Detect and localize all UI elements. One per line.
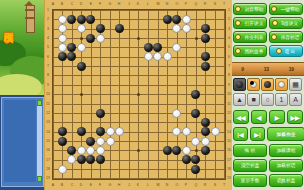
column-label: A <box>50 183 55 187</box>
button-label: 切换棋盘 <box>277 177 296 184</box>
column-label: H <box>117 2 122 6</box>
column-label: O <box>174 2 179 6</box>
square-marker-button[interactable]: ■ <box>247 93 260 106</box>
action-button-加载棋谱[interactable]: 加载棋谱 <box>269 159 303 172</box>
row-label: 7 <box>46 64 51 68</box>
row-label: 2 <box>46 18 51 22</box>
row-label: 15 <box>46 139 51 143</box>
button-icon <box>235 6 241 12</box>
black-stone[interactable] <box>201 146 210 155</box>
black-stone[interactable] <box>77 15 86 24</box>
go-to-end-button[interactable]: ▶| <box>250 127 265 141</box>
button-icon <box>276 48 282 54</box>
fast-forward-button[interactable]: ▶▶ <box>287 110 303 124</box>
white-stone[interactable] <box>58 165 67 174</box>
black-stone[interactable] <box>77 62 86 71</box>
go-app-window: 围棋 AABBCCDDEEFFGGHHJJKKLLMMNNOOPPQQRRSST… <box>0 0 304 190</box>
button-icon <box>272 20 278 26</box>
black-stone-icon <box>236 81 243 88</box>
row-label: 14 <box>46 130 51 134</box>
white-stone[interactable] <box>77 43 86 52</box>
row-label: 18 <box>46 167 51 171</box>
row-label: 16 <box>46 148 51 152</box>
chat-area <box>0 95 44 190</box>
row-label: 2 <box>227 18 232 22</box>
row-label: 3 <box>46 27 51 31</box>
menu-button-退 出[interactable]: 退 出 <box>269 45 303 57</box>
step-forward-button[interactable]: ▶ <box>269 110 285 124</box>
row-label: 16 <box>227 148 232 152</box>
menu-button-围棋故事[interactable]: 围棋故事 <box>233 45 267 57</box>
stone-tool-row: ▦ <box>233 78 302 91</box>
black-stone[interactable] <box>58 127 67 136</box>
white-stone[interactable] <box>77 146 86 155</box>
column-label: L <box>146 183 151 187</box>
black-stone[interactable] <box>201 118 210 127</box>
star-point <box>195 149 198 152</box>
nav-button-row: ◀◀◀▶▶▶ <box>233 110 303 124</box>
row-label: 15 <box>227 139 232 143</box>
column-label: D <box>79 2 84 6</box>
column-label: P <box>184 183 189 187</box>
column-label: F <box>98 2 103 6</box>
star-point <box>80 93 83 96</box>
column-label: E <box>88 183 93 187</box>
menu-buttons: 对弈帮助一键帮助打开讲义9路讲义作业列表保存棋谱围棋故事退 出 <box>233 3 303 57</box>
menu-button-打开讲义[interactable]: 打开讲义 <box>233 17 267 29</box>
column-label: P <box>184 2 189 6</box>
row-label: 1 <box>227 8 232 12</box>
load-homework-button[interactable]: 加载作业 <box>267 127 304 141</box>
row-label: 17 <box>46 158 51 162</box>
column-label: K <box>136 2 141 6</box>
step-back-button[interactable]: ◀ <box>251 110 267 124</box>
letter-marker-icon: A <box>293 96 298 103</box>
row-label: 13 <box>46 120 51 124</box>
alternate-black-white-button[interactable] <box>247 78 260 91</box>
white-stone[interactable] <box>58 34 67 43</box>
button-label: 悔 棋 <box>245 147 256 154</box>
row-label: 1 <box>46 8 51 12</box>
scene-artwork: 围棋 <box>0 0 44 95</box>
row-label: 12 <box>46 111 51 115</box>
action-button-显示手数[interactable]: 显示手数 <box>233 174 267 187</box>
button-label: 对弈帮助 <box>244 5 263 12</box>
place-black-button[interactable] <box>261 78 274 91</box>
column-label: D <box>79 183 84 187</box>
column-label: G <box>107 183 112 187</box>
action-button-悔 棋[interactable]: 悔 棋 <box>233 144 267 157</box>
column-label: O <box>174 183 179 187</box>
column-label: M <box>155 2 160 6</box>
row-label: 4 <box>227 36 232 40</box>
button-label: 退 出 <box>284 47 295 54</box>
row-label: 9 <box>46 83 51 87</box>
triangle-marker-button[interactable]: ▲ <box>233 93 246 106</box>
row-label: 19 <box>227 176 232 180</box>
white-stone[interactable] <box>201 137 210 146</box>
row-label: 11 <box>227 102 232 106</box>
column-label: Q <box>193 2 198 6</box>
column-label: R <box>203 2 208 6</box>
menu-button-保存棋谱[interactable]: 保存棋谱 <box>269 31 303 43</box>
button-label: 打开讲义 <box>244 19 263 26</box>
column-label: A <box>50 2 55 6</box>
column-label: C <box>69 2 74 6</box>
alternate-stones-icon <box>250 81 257 88</box>
button-icon <box>235 34 241 40</box>
row-label: 8 <box>46 74 51 78</box>
menu-button-9路讲义[interactable]: 9路讲义 <box>269 17 303 29</box>
circle-marker-button[interactable]: ○ <box>261 93 274 106</box>
white-stone[interactable] <box>182 146 191 155</box>
column-label: H <box>117 183 122 187</box>
star-point <box>80 37 83 40</box>
button-label: 显示手数 <box>241 177 260 184</box>
column-label: E <box>88 2 93 6</box>
black-stone[interactable] <box>191 109 200 118</box>
column-label: M <box>155 183 160 187</box>
menu-button-对弈帮助[interactable]: 对弈帮助 <box>233 3 267 15</box>
control-panel: 对弈帮助一键帮助打开讲义9路讲义作业列表保存棋谱围棋故事退 出 91319 ▦ … <box>232 0 304 190</box>
go-board[interactable]: AABBCCDDEEFFGGHHJJKKLLMMNNOOPPQQRRSSTT11… <box>44 0 232 190</box>
white-stone[interactable] <box>211 127 220 136</box>
number-marker-icon: 1 <box>280 96 284 103</box>
row-label: 7 <box>227 64 232 68</box>
button-label: 加载棋谱 <box>277 162 296 169</box>
black-stone-icon <box>264 81 271 88</box>
column-label: N <box>165 183 170 187</box>
column-label: N <box>165 2 170 6</box>
row-label: 5 <box>46 46 51 50</box>
white-stone[interactable] <box>58 43 67 52</box>
white-stone[interactable] <box>96 34 105 43</box>
column-label: K <box>136 183 141 187</box>
circle-marker-icon: ○ <box>265 96 269 103</box>
board-size-tab-bar: 91319 <box>232 62 304 76</box>
black-stone[interactable] <box>201 62 210 71</box>
row-label: 4 <box>46 36 51 40</box>
row-label: 19 <box>46 176 51 180</box>
white-stone[interactable] <box>106 127 115 136</box>
fast-rewind-button[interactable]: ◀◀ <box>233 110 249 124</box>
nav-end-row: |◀▶|加载作业 <box>233 127 304 141</box>
column-label: Q <box>193 183 198 187</box>
black-stone[interactable] <box>96 109 105 118</box>
white-stone[interactable] <box>96 137 105 146</box>
action-buttons: 悔 棋加载课程清空棋盘加载棋谱显示手数切换棋盘 <box>233 144 303 187</box>
row-label: 10 <box>227 92 232 96</box>
erase-icon: ▦ <box>292 81 299 88</box>
button-label: 围棋故事 <box>244 47 263 54</box>
button-label: 作业列表 <box>244 33 263 40</box>
row-label: 5 <box>227 46 232 50</box>
marker-tool-row: ▲■○1A <box>233 93 302 106</box>
menu-button-一键帮助[interactable]: 一键帮助 <box>269 3 303 15</box>
column-label: B <box>60 183 65 187</box>
column-label: G <box>107 2 112 6</box>
scroll-down-button[interactable] <box>37 176 42 182</box>
square-marker-icon: ■ <box>251 96 255 103</box>
column-label: T <box>222 183 227 187</box>
row-label: 6 <box>46 55 51 59</box>
black-stone[interactable] <box>144 43 153 52</box>
column-label: R <box>203 183 208 187</box>
row-label: 12 <box>227 111 232 115</box>
scroll-up-button[interactable] <box>37 100 42 106</box>
scrollbar-track[interactable] <box>37 100 42 182</box>
white-stone[interactable] <box>96 146 105 155</box>
action-button-清空棋盘[interactable]: 清空棋盘 <box>233 159 267 172</box>
column-label: L <box>146 2 151 6</box>
button-icon <box>235 48 241 54</box>
column-label: J <box>126 2 131 6</box>
row-label: 14 <box>227 130 232 134</box>
button-label: 加载课程 <box>277 147 296 154</box>
button-icon <box>271 34 277 40</box>
column-label: S <box>212 2 217 6</box>
button-label: 加载作业 <box>276 130 295 137</box>
button-icon <box>271 6 277 12</box>
board-size-tab-13[interactable]: 13 <box>264 67 269 72</box>
row-label: 11 <box>46 102 51 106</box>
white-stone-icon <box>278 81 285 88</box>
button-label: 清空棋盘 <box>241 162 260 169</box>
star-point <box>195 37 198 40</box>
white-stone[interactable] <box>172 109 181 118</box>
number-marker-button[interactable]: 1 <box>275 93 288 106</box>
column-label: F <box>98 183 103 187</box>
row-label: 6 <box>227 55 232 59</box>
menu-button-作业列表[interactable]: 作业列表 <box>233 31 267 43</box>
black-stone[interactable] <box>163 15 172 24</box>
black-stone[interactable] <box>58 137 67 146</box>
black-stone[interactable] <box>201 34 210 43</box>
triangle-marker-icon: ▲ <box>236 96 243 103</box>
button-icon <box>235 20 241 26</box>
row-label: 9 <box>227 83 232 87</box>
button-label: 一键帮助 <box>280 5 299 12</box>
button-label: 9路讲义 <box>281 19 298 26</box>
chat-list[interactable] <box>4 100 36 182</box>
white-stone[interactable] <box>106 137 115 146</box>
place-white-button[interactable] <box>275 78 288 91</box>
button-label: 保存棋谱 <box>280 33 299 40</box>
column-label: T <box>222 2 227 6</box>
erase-button[interactable]: ▦ <box>289 78 302 91</box>
black-stone[interactable] <box>86 137 95 146</box>
column-label: C <box>69 183 74 187</box>
row-label: 17 <box>227 158 232 162</box>
column-label: S <box>212 183 217 187</box>
board-size-tab-9[interactable]: 9 <box>242 67 245 72</box>
white-stone[interactable] <box>58 15 67 24</box>
chat-panel[interactable] <box>1 97 44 187</box>
action-button-切换棋盘[interactable]: 切换棋盘 <box>269 174 303 187</box>
column-label: J <box>126 183 131 187</box>
white-stone[interactable] <box>182 15 191 24</box>
sidebar: 围棋 <box>0 0 44 190</box>
row-label: 13 <box>227 120 232 124</box>
row-label: 10 <box>46 92 51 96</box>
letter-marker-button[interactable]: A <box>289 93 302 106</box>
column-label: B <box>60 2 65 6</box>
pagoda-tower <box>24 1 35 31</box>
row-label: 8 <box>227 74 232 78</box>
board-size-tab-19[interactable]: 19 <box>289 67 294 72</box>
row-label: 3 <box>227 27 232 31</box>
app-logo-text: 围棋 <box>1 24 15 26</box>
black-stone[interactable] <box>163 146 172 155</box>
row-label: 18 <box>227 167 232 171</box>
go-to-start-button[interactable]: |◀ <box>233 127 248 141</box>
action-button-加载课程[interactable]: 加载课程 <box>269 144 303 157</box>
place-black-selected-button[interactable] <box>233 78 246 91</box>
